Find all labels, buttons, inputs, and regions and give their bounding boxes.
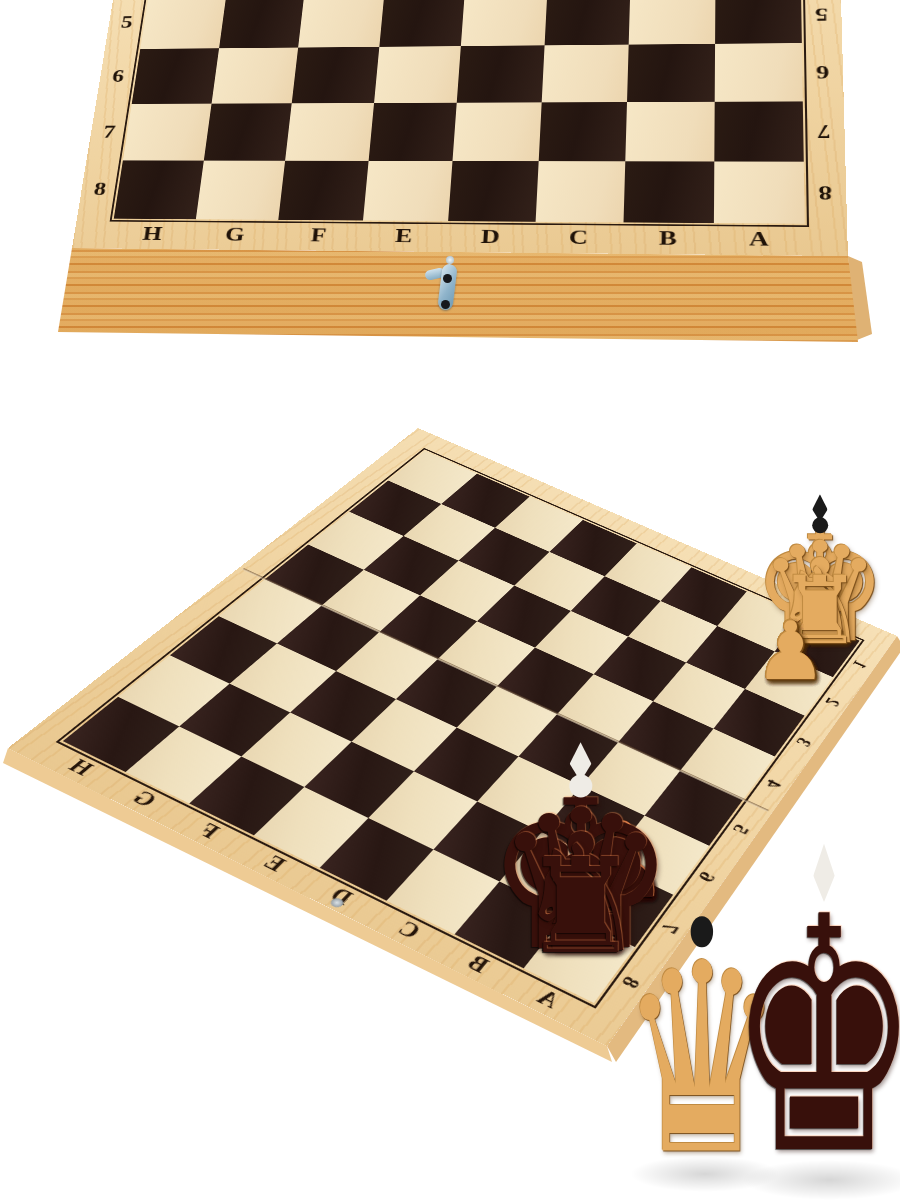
product-photo-stage: 56785678HGFEDCBA 12345678ABCDEFGH ♜♞♝♚♛♝… bbox=[0, 0, 900, 1200]
detail-king-piece: ♚ bbox=[728, 875, 900, 1199]
detail-pieces-group: ♛ ♚ bbox=[0, 0, 900, 1200]
king-icon: ♚ bbox=[728, 875, 900, 1199]
